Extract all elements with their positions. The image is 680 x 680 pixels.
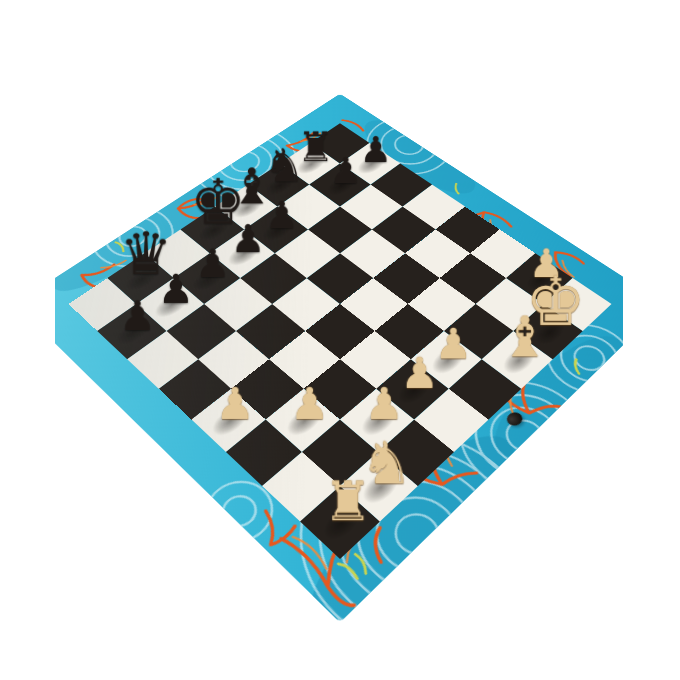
bishop-glyph: ♝: [483, 309, 567, 365]
photo-margin-top: [0, 0, 680, 40]
rook-glyph: ♜: [300, 474, 394, 528]
photo-margin-right: [623, 0, 680, 680]
product-photo: ♛♚♝♞♜♟♟♟♟♟♟♟♟♟♟♟♟♟♜♞♝♚: [0, 0, 680, 680]
photo-margin-bottom: [0, 628, 680, 680]
chess-board: ♛♚♝♞♜♟♟♟♟♟♟♟♟♟♟♟♟♟♜♞♝♚: [68, 123, 611, 559]
pawn-glyph: ♟: [340, 382, 428, 426]
chess-mat: ♛♚♝♞♜♟♟♟♟♟♟♟♟♟♟♟♟♟♜♞♝♚: [15, 94, 666, 623]
photo-margin-left: [0, 0, 55, 680]
pawn-glyph: ♟: [97, 295, 179, 336]
pawn-glyph: ♟: [309, 152, 382, 188]
